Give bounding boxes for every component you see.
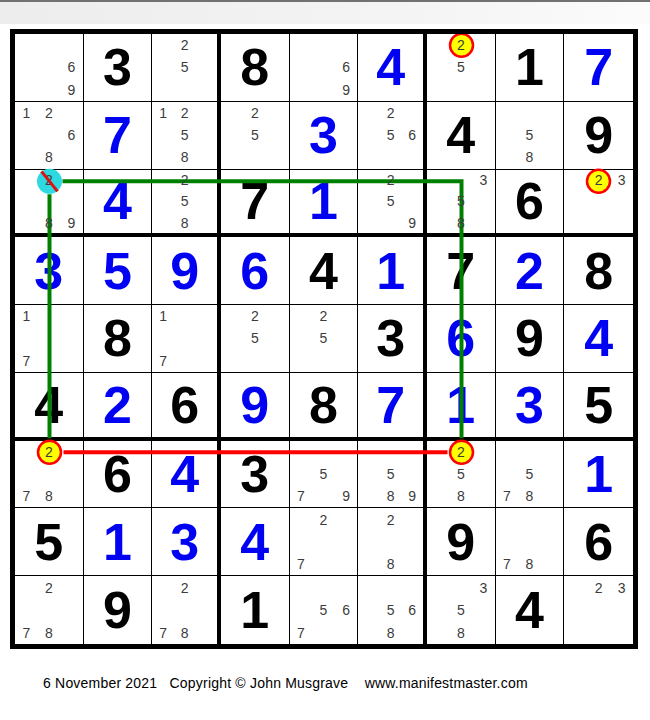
- cell-r5c7[interactable]: 6: [427, 305, 496, 373]
- cell-value: 6: [496, 170, 564, 234]
- candidate-grid: 17: [152, 305, 217, 372]
- cell-value: 9: [496, 305, 564, 372]
- cell-r4c1[interactable]: 3: [15, 237, 84, 305]
- candidate-8: 8: [38, 621, 61, 644]
- cell-r3c2[interactable]: 4: [84, 170, 153, 238]
- cell-r5c3[interactable]: 17: [152, 305, 221, 373]
- cell-r1c7[interactable]: 25: [427, 34, 496, 102]
- candidate-3: 3: [610, 170, 633, 191]
- candidate-grid: 58: [496, 102, 564, 169]
- cell-r6c8[interactable]: 3: [496, 373, 565, 441]
- cell-r7c1[interactable]: 278: [15, 441, 84, 509]
- candidate-5: 5: [244, 124, 267, 146]
- cell-r9c4[interactable]: 1: [221, 576, 290, 644]
- cell-value: 4: [427, 102, 495, 169]
- cell-r7c6[interactable]: 589: [358, 441, 427, 509]
- candidate-grid: 258: [152, 170, 217, 234]
- cell-r4c2[interactable]: 5: [84, 237, 153, 305]
- candidate-grid: 28: [358, 508, 423, 575]
- candidate-5: 5: [312, 599, 335, 622]
- cell-r4c7[interactable]: 7: [427, 237, 496, 305]
- candidate-3: 3: [472, 170, 495, 191]
- candidate-6: 6: [60, 124, 83, 146]
- cell-r8c3[interactable]: 3: [152, 508, 221, 576]
- cell-value: 6: [427, 305, 495, 372]
- candidate-grid: 1258: [152, 102, 217, 169]
- cell-value: 8: [564, 237, 633, 304]
- candidate-9: 9: [401, 485, 423, 507]
- cell-value: 5: [84, 237, 152, 304]
- cell-value: 4: [564, 305, 633, 372]
- candidate-9: 9: [335, 485, 358, 507]
- cell-r7c2[interactable]: 6: [84, 441, 153, 509]
- cell-value: 5: [564, 373, 633, 437]
- candidate-grid: 23: [564, 170, 633, 234]
- candidate-2: 2: [244, 102, 267, 124]
- candidate-grid: 78: [496, 508, 564, 575]
- cell-value: 9: [152, 237, 217, 304]
- cell-r2c2[interactable]: 7: [84, 102, 153, 170]
- cell-value: 3: [496, 373, 564, 437]
- candidate-2: 2: [587, 170, 610, 191]
- candidate-6: 6: [335, 599, 358, 622]
- cell-r6c7[interactable]: 1: [427, 373, 496, 441]
- candidate-2: 2: [450, 441, 473, 463]
- cell-value: 4: [84, 170, 152, 234]
- cell-r5c2[interactable]: 8: [84, 305, 153, 373]
- cell-r2c8[interactable]: 58: [496, 102, 565, 170]
- cell-value: 4: [496, 576, 564, 644]
- cell-r9c7[interactable]: 358: [427, 576, 496, 644]
- cell-value: 7: [427, 237, 495, 304]
- cell-r7c7[interactable]: 258: [427, 441, 496, 509]
- cell-value: 8: [221, 34, 289, 101]
- cell-value: 1: [358, 237, 423, 304]
- cell-r5c5[interactable]: 25: [290, 305, 359, 373]
- candidate-grid: 258: [427, 441, 495, 508]
- cell-r6c6[interactable]: 7: [358, 373, 427, 441]
- candidate-1: 1: [152, 102, 174, 124]
- candidate-5: 5: [380, 191, 402, 212]
- candidate-grid: 27: [290, 508, 358, 575]
- cell-value: 5: [15, 508, 83, 575]
- candidate-2: 2: [38, 441, 61, 463]
- cell-r5c8[interactable]: 9: [496, 305, 565, 373]
- cell-r8c6[interactable]: 28: [358, 508, 427, 576]
- cell-r4c3[interactable]: 9: [152, 237, 221, 305]
- cell-r9c6[interactable]: 568: [358, 576, 427, 644]
- cell-r4c5[interactable]: 4: [290, 237, 359, 305]
- candidate-8: 8: [450, 621, 473, 644]
- candidate-6: 6: [401, 599, 423, 622]
- cell-value: 7: [84, 102, 152, 169]
- cell-value: 6: [152, 373, 217, 437]
- candidate-7: 7: [15, 621, 38, 644]
- candidate-8: 8: [518, 146, 541, 168]
- candidate-7: 7: [290, 553, 313, 575]
- candidate-grid: 278: [15, 441, 83, 508]
- candidate-9: 9: [401, 212, 423, 233]
- cell-r7c5[interactable]: 579: [290, 441, 359, 509]
- candidate-1: 1: [15, 102, 38, 124]
- cell-value: 4: [290, 237, 358, 304]
- candidate-2: 2: [312, 305, 335, 327]
- cell-value: 7: [221, 170, 289, 234]
- cell-r6c5[interactable]: 8: [290, 373, 359, 441]
- cell-r3c5[interactable]: 1: [290, 170, 359, 238]
- cell-value: 6: [221, 237, 289, 304]
- candidate-grid: 589: [358, 441, 423, 508]
- candidate-5: 5: [174, 124, 196, 146]
- candidate-grid: 567: [290, 576, 358, 644]
- cell-r9c8[interactable]: 4: [496, 576, 565, 644]
- cell-r3c6[interactable]: 259: [358, 170, 427, 238]
- cell-value: 4: [221, 508, 289, 575]
- candidate-9: 9: [60, 212, 83, 233]
- candidate-6: 6: [60, 56, 83, 78]
- candidate-grid: 278: [15, 576, 83, 644]
- cell-r1c1[interactable]: 69: [15, 34, 84, 102]
- candidate-3: 3: [610, 576, 633, 599]
- candidate-2: 2: [450, 34, 473, 56]
- cell-value: 3: [358, 305, 423, 372]
- candidate-grid: 259: [358, 170, 423, 234]
- candidate-8: 8: [380, 553, 402, 575]
- cell-r2c6[interactable]: 256: [358, 102, 427, 170]
- candidate-5: 5: [312, 327, 335, 349]
- cell-r3c4[interactable]: 7: [221, 170, 290, 238]
- cell-r8c7[interactable]: 9: [427, 508, 496, 576]
- candidate-7: 7: [15, 485, 38, 507]
- candidate-2: 2: [174, 34, 196, 56]
- candidate-grid: 579: [290, 441, 358, 508]
- candidate-8: 8: [174, 146, 196, 168]
- cell-value: 3: [84, 34, 152, 101]
- footer-credit: 6 November 2021 Copyright © John Musgrav…: [43, 675, 528, 691]
- candidate-grid: 25: [427, 34, 495, 101]
- candidate-5: 5: [518, 124, 541, 146]
- cell-value: 1: [290, 170, 358, 234]
- candidate-8: 8: [450, 485, 473, 507]
- candidate-8: 8: [174, 212, 196, 233]
- candidate-8: 8: [380, 485, 402, 507]
- cell-value: 2: [84, 373, 152, 437]
- cell-r6c3[interactable]: 6: [152, 373, 221, 441]
- cell-r6c4[interactable]: 9: [221, 373, 290, 441]
- cell-r2c9[interactable]: 9: [564, 102, 633, 170]
- candidate-2: 2: [380, 170, 402, 191]
- candidate-2: 2: [244, 305, 267, 327]
- candidate-2: 2: [174, 170, 196, 191]
- cell-value: 1: [84, 508, 152, 575]
- cell-r3c1[interactable]: 289: [15, 170, 84, 238]
- candidate-7: 7: [15, 350, 38, 372]
- cell-r9c9[interactable]: 23: [564, 576, 633, 644]
- candidate-5: 5: [244, 327, 267, 349]
- cell-r8c9[interactable]: 6: [564, 508, 633, 576]
- candidate-1: 1: [152, 305, 174, 327]
- cell-r8c4[interactable]: 4: [221, 508, 290, 576]
- cell-r1c8[interactable]: 1: [496, 34, 565, 102]
- candidate-2: 2: [174, 576, 196, 599]
- candidate-grid: 69: [290, 34, 358, 101]
- candidate-5: 5: [450, 56, 473, 78]
- candidate-5: 5: [450, 463, 473, 485]
- candidate-grid: 358: [427, 576, 495, 644]
- sudoku-board: 6932586942517126871258253256458928942587…: [10, 29, 638, 649]
- candidate-8: 8: [38, 146, 61, 168]
- cell-value: 9: [427, 508, 495, 575]
- candidate-3: 3: [472, 576, 495, 599]
- cell-r9c3[interactable]: 278: [152, 576, 221, 644]
- candidate-7: 7: [290, 621, 313, 644]
- candidate-8: 8: [380, 621, 402, 644]
- candidate-5: 5: [380, 124, 402, 146]
- candidate-grid: 1268: [15, 102, 83, 169]
- cell-value: 4: [15, 373, 83, 437]
- cell-r8c2[interactable]: 1: [84, 508, 153, 576]
- candidate-8: 8: [450, 212, 473, 233]
- candidate-9: 9: [60, 79, 83, 101]
- cell-r4c4[interactable]: 6: [221, 237, 290, 305]
- candidate-2: 2: [38, 170, 61, 191]
- candidate-grid: 25: [221, 305, 289, 372]
- cell-value: 4: [358, 34, 423, 101]
- candidate-grid: 25: [290, 305, 358, 372]
- cell-value: 4: [152, 441, 217, 508]
- candidate-2: 2: [174, 102, 196, 124]
- cell-value: 3: [15, 237, 83, 304]
- cell-value: 6: [564, 508, 633, 575]
- candidate-5: 5: [174, 191, 196, 212]
- candidate-5: 5: [450, 599, 473, 622]
- cell-r5c1[interactable]: 17: [15, 305, 84, 373]
- cell-r2c7[interactable]: 4: [427, 102, 496, 170]
- cell-r4c9[interactable]: 8: [564, 237, 633, 305]
- cell-value: 3: [290, 102, 358, 169]
- cell-r5c4[interactable]: 25: [221, 305, 290, 373]
- cell-r2c1[interactable]: 1268: [15, 102, 84, 170]
- cell-r8c5[interactable]: 27: [290, 508, 359, 576]
- candidate-grid: 25: [221, 102, 289, 169]
- cell-value: 9: [221, 373, 289, 437]
- candidate-7: 7: [290, 485, 313, 507]
- candidate-grid: 578: [496, 441, 564, 508]
- candidate-5: 5: [312, 463, 335, 485]
- candidate-grid: 17: [15, 305, 83, 372]
- cell-r2c4[interactable]: 25: [221, 102, 290, 170]
- cell-r6c2[interactable]: 2: [84, 373, 153, 441]
- cell-r3c7[interactable]: 358: [427, 170, 496, 238]
- cell-r5c6[interactable]: 3: [358, 305, 427, 373]
- candidate-8: 8: [518, 553, 541, 575]
- cell-value: 1: [221, 576, 289, 644]
- candidate-8: 8: [38, 212, 61, 233]
- cell-value: 2: [496, 237, 564, 304]
- candidate-7: 7: [152, 350, 174, 372]
- candidate-2: 2: [380, 508, 402, 530]
- candidate-2: 2: [312, 508, 335, 530]
- candidate-grid: 568: [358, 576, 423, 644]
- cell-r9c2[interactable]: 9: [84, 576, 153, 644]
- cell-r3c9[interactable]: 23: [564, 170, 633, 238]
- cell-r2c3[interactable]: 1258: [152, 102, 221, 170]
- candidate-5: 5: [518, 463, 541, 485]
- cell-value: 9: [564, 102, 633, 169]
- window-titlebar-strip: [0, 0, 650, 24]
- cell-value: 3: [152, 508, 217, 575]
- cell-r1c9[interactable]: 7: [564, 34, 633, 102]
- cell-value: 7: [358, 373, 423, 437]
- candidate-2: 2: [38, 576, 61, 599]
- cell-r4c8[interactable]: 2: [496, 237, 565, 305]
- candidate-2: 2: [587, 576, 610, 599]
- cell-r5c9[interactable]: 4: [564, 305, 633, 373]
- cell-r6c1[interactable]: 4: [15, 373, 84, 441]
- cell-r8c1[interactable]: 5: [15, 508, 84, 576]
- cell-r7c3[interactable]: 4: [152, 441, 221, 509]
- cell-value: 1: [427, 373, 495, 437]
- cell-r6c9[interactable]: 5: [564, 373, 633, 441]
- cell-r9c5[interactable]: 567: [290, 576, 359, 644]
- cell-r3c3[interactable]: 258: [152, 170, 221, 238]
- cell-r4c6[interactable]: 1: [358, 237, 427, 305]
- candidate-6: 6: [335, 56, 358, 78]
- cell-r1c6[interactable]: 4: [358, 34, 427, 102]
- candidate-8: 8: [518, 485, 541, 507]
- cell-r1c5[interactable]: 69: [290, 34, 359, 102]
- cell-r1c3[interactable]: 25: [152, 34, 221, 102]
- candidate-1: 1: [15, 305, 38, 327]
- candidate-5: 5: [380, 599, 402, 622]
- sudoku-grid: 6932586942517126871258253256458928942587…: [15, 34, 633, 644]
- cell-r1c2[interactable]: 3: [84, 34, 153, 102]
- candidate-grid: 278: [152, 576, 217, 644]
- cell-r8c8[interactable]: 78: [496, 508, 565, 576]
- candidate-grid: 69: [15, 34, 83, 101]
- candidate-grid: 289: [15, 170, 83, 234]
- candidate-5: 5: [380, 463, 402, 485]
- cell-value: 7: [564, 34, 633, 101]
- cell-value: 8: [290, 373, 358, 437]
- candidate-grid: 23: [564, 576, 633, 644]
- candidate-2: 2: [380, 102, 402, 124]
- cell-value: 3: [221, 441, 289, 508]
- candidate-6: 6: [401, 124, 423, 146]
- candidate-7: 7: [496, 485, 519, 507]
- candidate-8: 8: [174, 621, 196, 644]
- candidate-5: 5: [174, 56, 196, 78]
- candidate-7: 7: [496, 553, 519, 575]
- candidate-grid: 256: [358, 102, 423, 169]
- cell-value: 6: [84, 441, 152, 508]
- cell-value: 8: [84, 305, 152, 372]
- candidate-grid: 358: [427, 170, 495, 234]
- cell-r7c4[interactable]: 3: [221, 441, 290, 509]
- cell-r9c1[interactable]: 278: [15, 576, 84, 644]
- cell-value: 9: [84, 576, 152, 644]
- candidate-8: 8: [38, 485, 61, 507]
- cell-r2c5[interactable]: 3: [290, 102, 359, 170]
- candidate-9: 9: [335, 79, 358, 101]
- candidate-5: 5: [450, 191, 473, 212]
- cell-value: 1: [496, 34, 564, 101]
- cell-r7c8[interactable]: 578: [496, 441, 565, 509]
- candidate-grid: 25: [152, 34, 217, 101]
- candidate-7: 7: [152, 621, 174, 644]
- cell-r7c9[interactable]: 1: [564, 441, 633, 509]
- cell-value: 1: [564, 441, 633, 508]
- candidate-2: 2: [38, 102, 61, 124]
- cell-r1c4[interactable]: 8: [221, 34, 290, 102]
- cell-r3c8[interactable]: 6: [496, 170, 565, 238]
